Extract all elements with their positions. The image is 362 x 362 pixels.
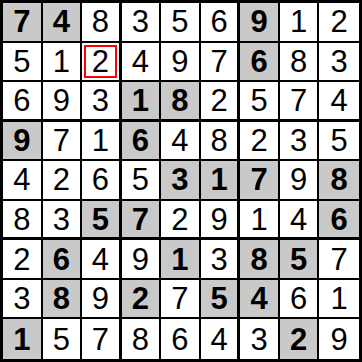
cell-r3c6[interactable]: 2 [201,82,241,122]
cell-r8c6[interactable]: 5 [201,280,241,320]
cell-r7c9[interactable]: 7 [319,240,359,280]
cell-r2c1[interactable]: 5 [3,43,43,83]
cell-r9c8[interactable]: 2 [280,319,320,359]
cell-r2c4[interactable]: 4 [122,43,162,83]
cell-r4c8[interactable]: 3 [280,122,320,162]
cell-r4c4[interactable]: 6 [122,122,162,162]
cell-r1c3[interactable]: 8 [82,3,122,43]
cell-r4c2[interactable]: 7 [43,122,83,162]
cell-r7c5[interactable]: 1 [161,240,201,280]
cell-r8c5[interactable]: 7 [161,280,201,320]
cell-r6c1[interactable]: 8 [3,201,43,241]
cell-r9c6[interactable]: 4 [201,319,241,359]
cell-r1c6[interactable]: 6 [201,3,241,43]
cell-r3c8[interactable]: 7 [280,82,320,122]
cell-r3c3[interactable]: 3 [82,82,122,122]
cell-r9c4[interactable]: 8 [122,319,162,359]
cell-r1c4[interactable]: 3 [122,3,162,43]
cell-r5c2[interactable]: 2 [43,161,83,201]
cell-r8c4[interactable]: 2 [122,280,162,320]
cell-r7c8[interactable]: 5 [280,240,320,280]
cell-r8c8[interactable]: 6 [280,280,320,320]
cell-r3c5[interactable]: 8 [161,82,201,122]
cell-r4c5[interactable]: 4 [161,122,201,162]
cell-r7c3[interactable]: 4 [82,240,122,280]
cell-r2c3[interactable]: 2 [82,43,122,83]
cell-r6c9[interactable]: 6 [319,201,359,241]
cell-r5c8[interactable]: 9 [280,161,320,201]
cell-r5c5[interactable]: 3 [161,161,201,201]
cell-r3c4[interactable]: 1 [122,82,162,122]
cell-r7c6[interactable]: 3 [201,240,241,280]
cell-r7c7[interactable]: 8 [240,240,280,280]
cell-r6c8[interactable]: 4 [280,201,320,241]
cell-r1c1[interactable]: 7 [3,3,43,43]
cell-r8c7[interactable]: 4 [240,280,280,320]
cell-r4c7[interactable]: 2 [240,122,280,162]
cell-r5c7[interactable]: 7 [240,161,280,201]
cell-r5c3[interactable]: 6 [82,161,122,201]
cell-r2c6[interactable]: 7 [201,43,241,83]
cell-r2c9[interactable]: 3 [319,43,359,83]
cell-r3c2[interactable]: 9 [43,82,83,122]
cell-r1c7[interactable]: 9 [240,3,280,43]
cell-r1c9[interactable]: 2 [319,3,359,43]
cell-r5c1[interactable]: 4 [3,161,43,201]
cell-r6c7[interactable]: 1 [240,201,280,241]
cell-r9c3[interactable]: 7 [82,319,122,359]
cell-r7c4[interactable]: 9 [122,240,162,280]
cell-r2c7[interactable]: 6 [240,43,280,83]
cell-r3c9[interactable]: 4 [319,82,359,122]
cell-r1c8[interactable]: 1 [280,3,320,43]
cell-r7c1[interactable]: 2 [3,240,43,280]
cell-r8c1[interactable]: 3 [3,280,43,320]
cell-r7c2[interactable]: 6 [43,240,83,280]
cell-r1c2[interactable]: 4 [43,3,83,43]
cell-r4c6[interactable]: 8 [201,122,241,162]
cell-r5c9[interactable]: 8 [319,161,359,201]
cell-r8c3[interactable]: 9 [82,280,122,320]
cell-r4c3[interactable]: 1 [82,122,122,162]
cell-r3c7[interactable]: 5 [240,82,280,122]
cell-r8c2[interactable]: 8 [43,280,83,320]
cell-r5c6[interactable]: 1 [201,161,241,201]
cell-r9c7[interactable]: 3 [240,319,280,359]
cell-r6c4[interactable]: 7 [122,201,162,241]
cell-r9c9[interactable]: 9 [319,319,359,359]
cell-r9c5[interactable]: 6 [161,319,201,359]
cell-r6c3[interactable]: 5 [82,201,122,241]
cell-r4c1[interactable]: 9 [3,122,43,162]
cell-r3c1[interactable]: 6 [3,82,43,122]
cell-r2c8[interactable]: 8 [280,43,320,83]
cell-r8c9[interactable]: 1 [319,280,359,320]
cell-r6c6[interactable]: 9 [201,201,241,241]
cell-r1c5[interactable]: 5 [161,3,201,43]
cell-r5c4[interactable]: 5 [122,161,162,201]
cell-r6c2[interactable]: 3 [43,201,83,241]
cell-r2c5[interactable]: 9 [161,43,201,83]
cell-r6c5[interactable]: 2 [161,201,201,241]
cell-r9c1[interactable]: 1 [3,319,43,359]
sudoku-board: 7483569125124976836931825749716482354265… [0,0,362,362]
cell-r9c2[interactable]: 5 [43,319,83,359]
cell-r2c2[interactable]: 1 [43,43,83,83]
cell-r4c9[interactable]: 5 [319,122,359,162]
